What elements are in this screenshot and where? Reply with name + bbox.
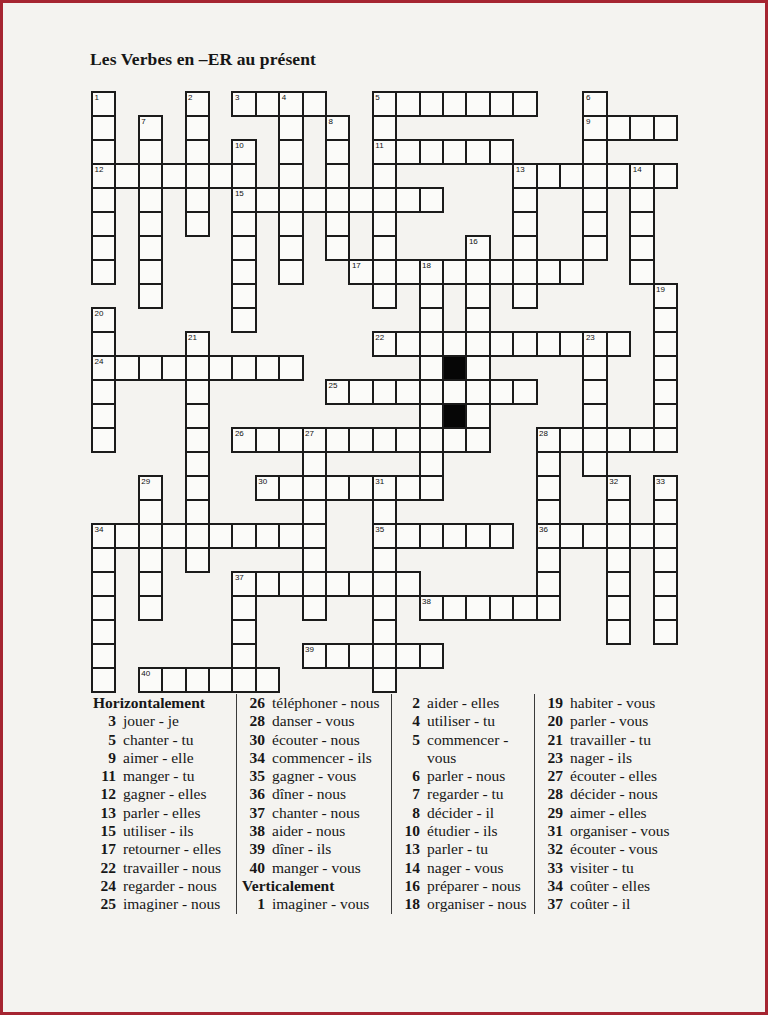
grid-cell[interactable] [185,115,210,141]
grid-cell[interactable] [536,547,561,573]
grid-cell[interactable] [372,571,397,597]
grid-cell[interactable] [395,571,420,597]
grid-cell[interactable] [512,187,537,213]
grid-cell[interactable] [606,571,631,597]
grid-cell[interactable]: 17 [348,259,373,285]
grid-cell[interactable]: 19 [653,283,678,309]
grid-cell[interactable] [185,211,210,237]
grid-cell[interactable] [512,211,537,237]
grid-cell[interactable]: 12 [91,163,116,189]
grid-cell[interactable] [536,499,561,525]
grid-cell[interactable]: 32 [606,475,631,501]
grid-cell[interactable] [325,427,350,453]
grid-cell[interactable] [465,331,490,357]
grid-cell[interactable] [161,667,186,693]
grid-cell[interactable] [395,331,420,357]
grid-cell[interactable] [255,91,280,117]
grid-cell[interactable] [302,571,327,597]
grid-cell[interactable] [512,331,537,357]
grid-cell[interactable] [91,619,116,645]
grid-cell[interactable] [372,667,397,693]
grid-cell[interactable] [395,523,420,549]
grid-cell[interactable] [348,571,373,597]
grid-cell[interactable] [325,139,350,165]
grid-cell[interactable] [325,187,350,213]
grid-cell[interactable] [185,547,210,573]
grid-cell[interactable] [185,427,210,453]
grid-cell[interactable] [325,475,350,501]
grid-cell[interactable] [231,595,256,621]
grid-cell[interactable] [582,379,607,405]
grid-cell[interactable] [582,235,607,261]
grid-cell[interactable] [91,547,116,573]
grid-cell[interactable] [536,259,561,285]
grid-cell[interactable] [372,259,397,285]
grid-cell[interactable] [325,235,350,261]
grid-cell[interactable]: 40 [138,667,163,693]
grid-cell[interactable] [419,427,444,453]
grid-cell[interactable] [185,475,210,501]
clue: 31organiser - vous [540,822,689,840]
grid-cell[interactable]: 9 [582,115,607,141]
grid-cell[interactable]: 34 [91,523,116,549]
grid-cell[interactable] [606,619,631,645]
grid-cell[interactable] [465,283,490,309]
grid-cell[interactable] [372,547,397,573]
grid-cell[interactable] [653,571,678,597]
grid-cell[interactable] [653,331,678,357]
grid-cell[interactable] [465,259,490,285]
grid-cell[interactable] [208,355,233,381]
grid-cell[interactable] [606,115,631,141]
grid-cell[interactable]: 2 [185,91,210,117]
grid-cell[interactable] [278,523,303,549]
grid-cell[interactable] [489,595,514,621]
grid-cell[interactable] [91,667,116,693]
grid-cell[interactable]: 5 [372,91,397,117]
grid-cell[interactable]: 22 [372,331,397,357]
grid-cell[interactable] [138,163,163,189]
grid-cell[interactable] [138,355,163,381]
grid-cell[interactable] [91,643,116,669]
grid-cell[interactable] [442,427,467,453]
grid-cell[interactable] [185,379,210,405]
grid-cell[interactable] [512,283,537,309]
grid-cell[interactable] [91,115,116,141]
grid-cell[interactable] [348,379,373,405]
grid-cell[interactable] [231,667,256,693]
grid-cell[interactable] [91,187,116,213]
grid-cell[interactable] [348,187,373,213]
grid-cell[interactable] [536,451,561,477]
cell-number: 23 [586,333,595,343]
grid-cell[interactable]: 38 [419,595,444,621]
grid-cell[interactable] [325,571,350,597]
grid-cell[interactable] [512,379,537,405]
grid-cell[interactable] [653,547,678,573]
grid-cell[interactable] [419,139,444,165]
grid-cell[interactable] [419,355,444,381]
grid-cell[interactable] [465,403,490,429]
grid-cell[interactable] [582,427,607,453]
grid-cell[interactable]: 28 [536,427,561,453]
grid-cell[interactable] [606,427,631,453]
grid-cell[interactable] [536,163,561,189]
grid-cell[interactable] [653,619,678,645]
clue: 40manger - vous [242,859,388,877]
grid-cell[interactable] [395,643,420,669]
grid-cell[interactable] [465,139,490,165]
grid-cell[interactable] [278,427,303,453]
grid-cell[interactable]: 10 [231,139,256,165]
grid-cell[interactable] [465,523,490,549]
grid-cell[interactable] [208,667,233,693]
grid-cell[interactable] [302,547,327,573]
grid-cell[interactable] [91,139,116,165]
grid-cell[interactable] [442,379,467,405]
grid-cell[interactable] [114,523,139,549]
clue-number: 19 [540,694,563,712]
grid-cell[interactable] [629,427,654,453]
grid-cell[interactable] [629,523,654,549]
grid-cell[interactable] [91,571,116,597]
grid-cell[interactable] [302,475,327,501]
grid-cell[interactable] [582,403,607,429]
grid-cell[interactable] [653,115,678,141]
grid-cell[interactable]: 31 [372,475,397,501]
grid-cell[interactable]: 25 [325,379,350,405]
cell-number: 27 [305,429,314,439]
grid-cell[interactable] [348,427,373,453]
grid-cell[interactable] [489,139,514,165]
grid-cell[interactable] [419,475,444,501]
grid-cell[interactable]: 11 [372,139,397,165]
grid-cell[interactable] [629,235,654,261]
grid-cell[interactable] [512,595,537,621]
grid-cell[interactable] [372,211,397,237]
grid-cell[interactable] [536,595,561,621]
grid-cell[interactable]: 4 [278,91,303,117]
grid-cell[interactable] [606,331,631,357]
grid-cell[interactable] [91,403,116,429]
grid-cell[interactable] [559,259,584,285]
grid-cell[interactable] [465,379,490,405]
grid-cell[interactable]: 8 [325,115,350,141]
grid-cell[interactable] [489,523,514,549]
grid-cell[interactable] [372,187,397,213]
grid-cell[interactable] [653,379,678,405]
grid-cell[interactable] [442,259,467,285]
grid-cell[interactable] [325,643,350,669]
grid-cell[interactable]: 6 [582,91,607,117]
grid-cell[interactable] [442,91,467,117]
grid-cell[interactable] [208,163,233,189]
grid-cell[interactable] [419,187,444,213]
grid-cell[interactable]: 37 [231,571,256,597]
grid-cell[interactable] [278,211,303,237]
grid-cell[interactable] [348,643,373,669]
grid-cell[interactable]: 35 [372,523,397,549]
grid-cell[interactable] [582,187,607,213]
grid-cell[interactable] [255,667,280,693]
grid-cell[interactable] [325,163,350,189]
grid-cell[interactable] [138,187,163,213]
grid-cell[interactable] [372,283,397,309]
grid-cell[interactable] [231,307,256,333]
grid-cell[interactable] [653,499,678,525]
grid-cell[interactable] [372,235,397,261]
grid-cell[interactable] [161,523,186,549]
grid-cell[interactable] [465,355,490,381]
grid-cell[interactable] [559,523,584,549]
grid-cell[interactable] [114,355,139,381]
grid-cell[interactable] [255,571,280,597]
grid-cell[interactable] [302,91,327,117]
grid-cell[interactable]: 30 [255,475,280,501]
clue: 37chanter - nous [242,804,388,822]
grid-cell[interactable]: 39 [302,643,327,669]
grid-cell[interactable] [278,163,303,189]
grid-cell[interactable]: 36 [536,523,561,549]
grid-cell[interactable] [395,139,420,165]
grid-cell[interactable] [138,283,163,309]
grid-cell[interactable] [372,379,397,405]
grid-cell[interactable] [465,91,490,117]
grid-cell[interactable] [138,235,163,261]
grid-cell[interactable]: 14 [629,163,654,189]
grid-cell[interactable] [653,595,678,621]
grid-cell[interactable] [302,523,327,549]
clue-number: 8 [397,804,420,822]
clue: 34commencer - ils [242,749,388,767]
grid-cell[interactable] [138,595,163,621]
grid-cell[interactable] [395,187,420,213]
grid-cell[interactable] [208,523,233,549]
grid-cell[interactable] [582,451,607,477]
grid-cell[interactable]: 33 [653,475,678,501]
grid-cell[interactable] [653,355,678,381]
grid-cell[interactable] [606,595,631,621]
grid-cell[interactable] [606,163,631,189]
grid-cell[interactable] [372,427,397,453]
grid-cell[interactable] [231,523,256,549]
grid-cell[interactable] [442,331,467,357]
grid-cell[interactable] [91,379,116,405]
grid-cell[interactable] [629,115,654,141]
cell-number: 14 [633,165,642,175]
grid-cell[interactable] [372,499,397,525]
grid-cell[interactable]: 27 [302,427,327,453]
grid-cell[interactable] [419,451,444,477]
grid-cell[interactable] [91,427,116,453]
clue: 13parler - tu [397,840,531,858]
grid-cell[interactable]: 24 [91,355,116,381]
cell-number: 6 [586,93,590,103]
grid-cell[interactable] [419,643,444,669]
grid-cell[interactable] [489,91,514,117]
grid-cell[interactable] [91,211,116,237]
grid-cell[interactable] [278,115,303,141]
grid-cell[interactable] [138,259,163,285]
grid-cell[interactable] [138,139,163,165]
grid-cell[interactable] [419,331,444,357]
grid-cell[interactable]: 7 [138,115,163,141]
grid-cell[interactable]: 1 [91,91,116,117]
clue-text: retourner - elles [123,840,221,858]
grid-cell[interactable] [255,523,280,549]
grid-cell[interactable]: 26 [231,427,256,453]
grid-cell[interactable]: 13 [512,163,537,189]
clue-number: 18 [397,895,420,913]
grid-cell[interactable] [231,259,256,285]
grid-cell[interactable] [185,499,210,525]
grid-cell[interactable] [419,91,444,117]
grid-cell[interactable] [138,571,163,597]
grid-cell[interactable] [185,451,210,477]
grid-cell[interactable] [489,259,514,285]
grid-cell[interactable] [582,523,607,549]
grid-cell[interactable]: 23 [582,331,607,357]
grid-cell[interactable] [231,283,256,309]
grid-cell[interactable] [629,259,654,285]
grid-cell[interactable] [255,187,280,213]
grid-cell[interactable]: 15 [231,187,256,213]
grid-cell[interactable] [395,259,420,285]
grid-cell[interactable] [442,139,467,165]
grid-cell[interactable] [465,427,490,453]
grid-cell[interactable] [442,523,467,549]
grid-cell[interactable] [91,259,116,285]
grid-cell[interactable] [302,499,327,525]
grid-cell[interactable] [185,523,210,549]
grid-cell[interactable] [185,187,210,213]
grid-cell[interactable] [465,595,490,621]
grid-cell[interactable] [138,523,163,549]
grid-cell[interactable] [91,331,116,357]
grid-cell[interactable] [161,163,186,189]
grid-cell[interactable]: 20 [91,307,116,333]
grid-cell[interactable] [559,163,584,189]
grid-cell[interactable] [395,475,420,501]
grid-cell[interactable] [114,163,139,189]
grid-cell[interactable] [138,211,163,237]
grid-cell[interactable]: 21 [185,331,210,357]
grid-cell[interactable] [653,403,678,429]
grid-cell[interactable] [231,619,256,645]
grid-cell[interactable] [185,667,210,693]
grid-cell[interactable] [278,259,303,285]
grid-cell[interactable] [536,571,561,597]
clue-text: imaginer - nous [123,895,220,913]
grid-cell[interactable]: 16 [465,235,490,261]
grid-cell[interactable] [582,355,607,381]
grid-cell[interactable] [442,595,467,621]
cell-number: 40 [141,669,150,679]
grid-cell[interactable] [512,259,537,285]
grid-cell[interactable] [582,163,607,189]
grid-cell[interactable] [91,595,116,621]
grid-cell[interactable] [231,355,256,381]
grid-cell[interactable] [138,547,163,573]
grid-cell[interactable] [302,187,327,213]
grid-cell[interactable] [231,235,256,261]
clue: 19habiter - vous [540,694,689,712]
grid-cell[interactable] [185,355,210,381]
grid-cell[interactable] [348,475,373,501]
grid-cell[interactable] [138,499,163,525]
grid-cell[interactable] [278,139,303,165]
clue-number: 31 [540,822,563,840]
grid-cell[interactable] [559,331,584,357]
grid-cell[interactable] [278,187,303,213]
grid-cell[interactable] [582,211,607,237]
grid-cell[interactable] [231,211,256,237]
grid-cell[interactable] [91,235,116,261]
grid-cell[interactable] [489,331,514,357]
grid-cell[interactable] [302,451,327,477]
grid-cell[interactable] [325,211,350,237]
grid-cell[interactable] [419,379,444,405]
grid-cell[interactable] [255,427,280,453]
grid-cell[interactable]: 29 [138,475,163,501]
grid-cell[interactable] [629,211,654,237]
grid-cell[interactable] [372,595,397,621]
grid-cell[interactable] [582,139,607,165]
grid-cell[interactable]: 3 [231,91,256,117]
grid-cell[interactable] [161,355,186,381]
grid-cell[interactable] [653,163,678,189]
grid-cell[interactable] [372,643,397,669]
grid-cell[interactable] [278,571,303,597]
grid-cell[interactable] [395,379,420,405]
grid-cell[interactable] [559,427,584,453]
grid-cell[interactable] [185,163,210,189]
grid-cell[interactable] [653,307,678,333]
grid-cell[interactable] [606,547,631,573]
grid-cell[interactable] [419,403,444,429]
grid-cell[interactable] [395,91,420,117]
grid-cell[interactable] [629,187,654,213]
grid-cell[interactable] [536,331,561,357]
grid-cell[interactable] [489,379,514,405]
grid-cell[interactable] [512,91,537,117]
grid-cell[interactable] [278,355,303,381]
grid-cell[interactable] [372,619,397,645]
grid-cell[interactable]: 18 [419,259,444,285]
grid-cell[interactable] [419,283,444,309]
grid-cell[interactable] [395,427,420,453]
grid-cell[interactable] [278,475,303,501]
grid-cell[interactable] [536,475,561,501]
grid-cell[interactable] [419,523,444,549]
grid-cell[interactable] [606,523,631,549]
grid-cell[interactable] [465,307,490,333]
grid-cell[interactable] [185,139,210,165]
grid-cell[interactable] [231,163,256,189]
grid-cell[interactable] [653,427,678,453]
grid-cell[interactable] [372,115,397,141]
grid-cell[interactable] [653,523,678,549]
grid-cell[interactable] [278,235,303,261]
grid-cell[interactable] [606,499,631,525]
grid-cell[interactable] [512,235,537,261]
grid-cell[interactable] [372,163,397,189]
grid-cell[interactable] [255,355,280,381]
grid-cell[interactable] [419,307,444,333]
grid-cell[interactable] [185,403,210,429]
grid-cell[interactable] [302,595,327,621]
grid-cell[interactable] [231,643,256,669]
